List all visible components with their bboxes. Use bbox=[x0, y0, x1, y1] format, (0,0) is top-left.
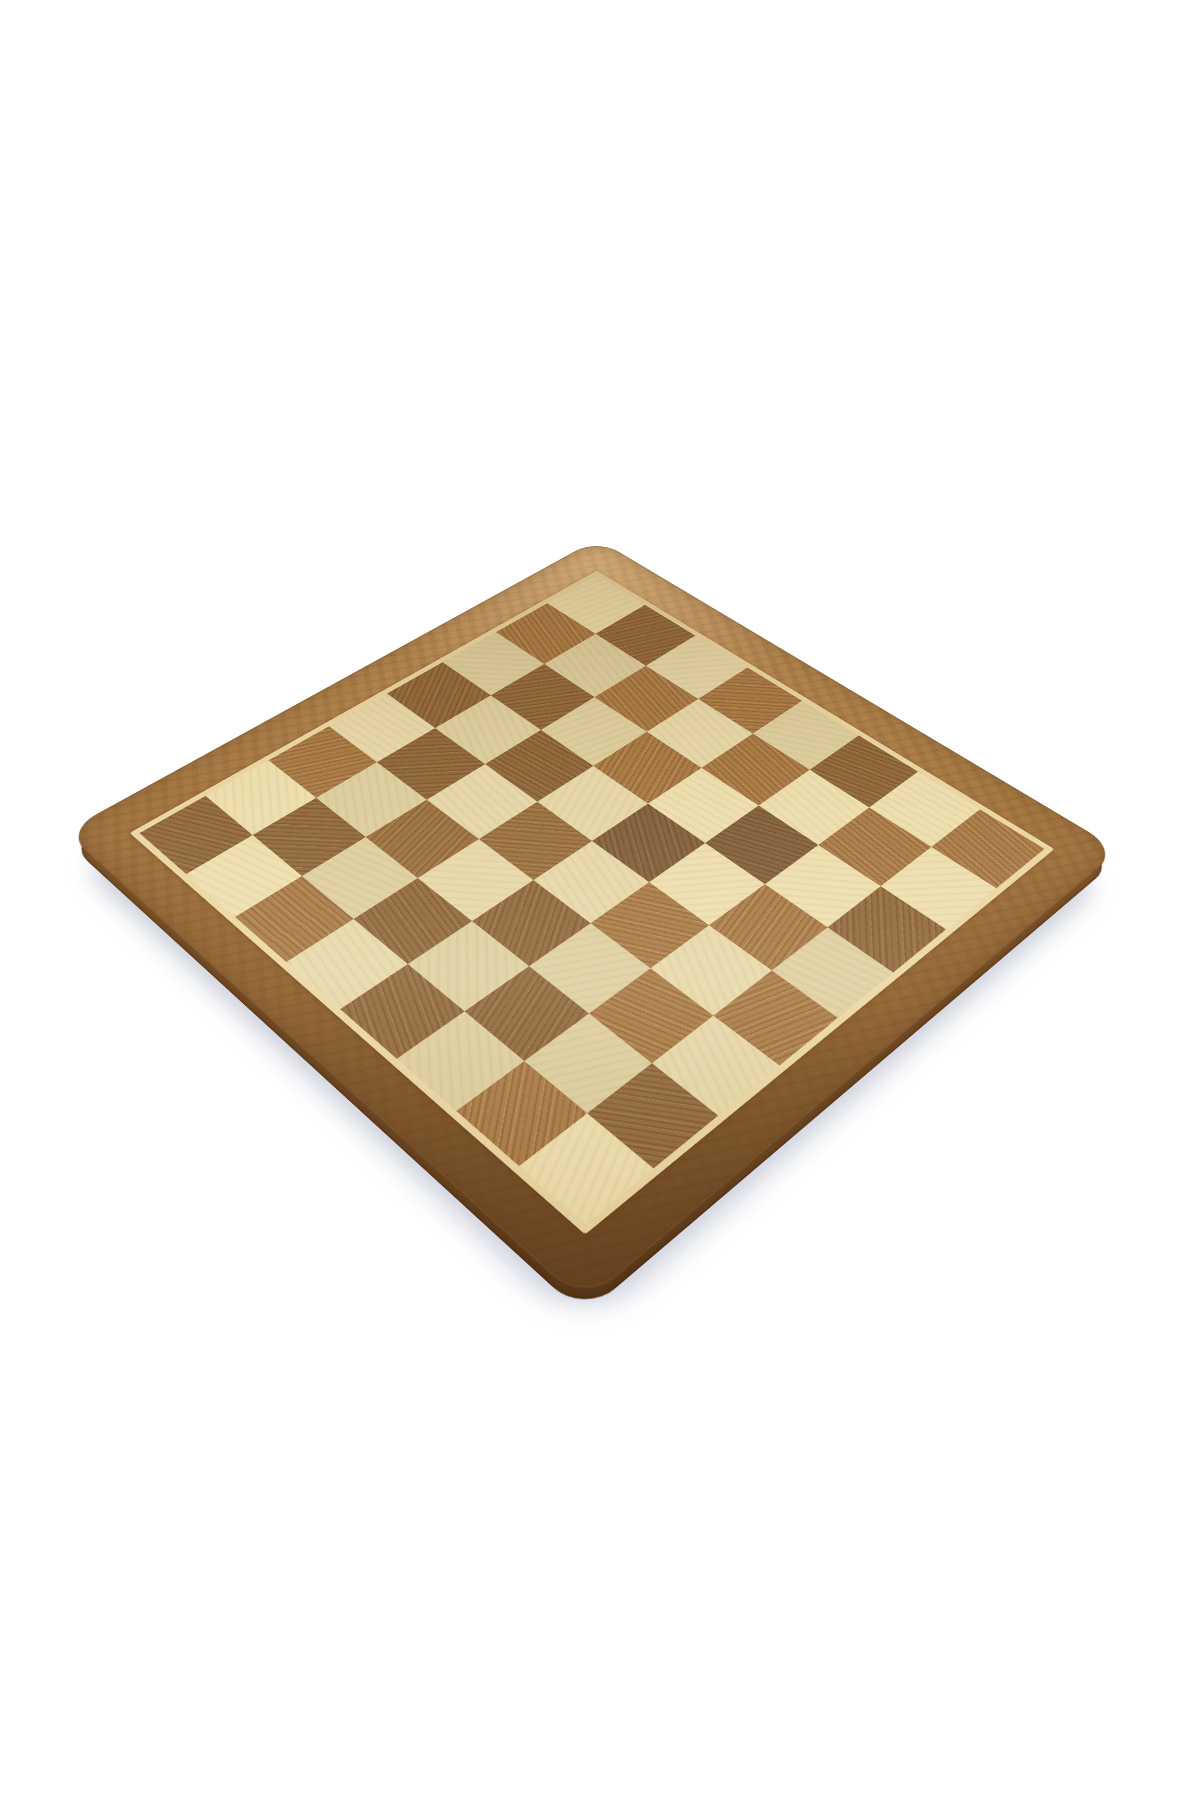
square-d1 bbox=[286, 919, 407, 1009]
square-f4 bbox=[591, 882, 709, 968]
square-h5 bbox=[772, 927, 893, 1018]
square-d3 bbox=[418, 839, 534, 921]
square-e4 bbox=[533, 841, 649, 923]
square-g6 bbox=[765, 845, 881, 927]
square-d2 bbox=[354, 878, 472, 964]
square-b1 bbox=[186, 835, 302, 917]
square-h2 bbox=[587, 1063, 718, 1168]
square-c1 bbox=[235, 876, 353, 962]
square-g3 bbox=[589, 968, 713, 1063]
square-g5 bbox=[709, 884, 827, 970]
board-grid bbox=[140, 575, 1045, 1224]
square-g4 bbox=[650, 925, 771, 1015]
square-e1 bbox=[340, 964, 464, 1059]
square-f3 bbox=[529, 923, 650, 1013]
photo-canvas bbox=[0, 0, 1200, 1800]
square-c2 bbox=[302, 837, 418, 919]
square-f5 bbox=[649, 843, 765, 925]
square-e3 bbox=[472, 880, 590, 966]
square-h6 bbox=[828, 886, 946, 972]
square-h3 bbox=[652, 1016, 780, 1116]
square-g1 bbox=[456, 1061, 587, 1166]
square-h4 bbox=[713, 970, 837, 1065]
square-h1 bbox=[519, 1113, 653, 1224]
square-f1 bbox=[397, 1011, 525, 1111]
square-f2 bbox=[465, 966, 589, 1061]
square-e2 bbox=[408, 921, 529, 1011]
square-h7 bbox=[881, 847, 997, 929]
square-g2 bbox=[524, 1013, 652, 1113]
maple-inlay-border bbox=[130, 570, 1055, 1234]
chess-board bbox=[65, 539, 1120, 1305]
